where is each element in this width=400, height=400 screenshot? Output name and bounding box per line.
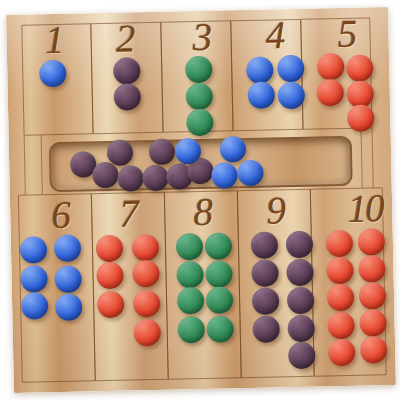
column-label-4: 4 [252,16,297,55]
ball-purple[interactable] [285,230,313,258]
ball-red[interactable] [326,283,354,311]
mid-band-right-groove [361,128,374,187]
ball-blue[interactable] [39,59,67,87]
ball-blue[interactable] [54,265,82,293]
ball-red[interactable] [131,233,159,261]
ball-green[interactable] [176,286,204,314]
column-label-3: 3 [179,17,224,56]
column-label-9: 9 [253,191,298,230]
ball-red[interactable] [132,259,160,287]
ball-green[interactable] [205,260,233,288]
ball-red[interactable] [316,52,344,80]
ball-blue[interactable] [20,265,48,293]
ball-red[interactable] [325,229,353,257]
ball-purple[interactable] [113,83,141,111]
column-label-8: 8 [180,193,225,232]
column-label-2: 2 [102,19,147,58]
ball-blue[interactable] [276,54,304,82]
ball-blue[interactable] [53,234,81,262]
ball-red[interactable] [327,311,355,339]
counting-board: 1 2 3 4 5 6 7 8 9 10 [6,7,396,393]
ball-blue[interactable] [20,292,48,320]
ball-purple[interactable] [250,231,278,259]
ball-blue[interactable] [247,81,275,109]
ball-purple[interactable] [112,57,140,85]
ball-red[interactable] [133,318,161,346]
ball-blue[interactable] [246,56,274,84]
ball-green[interactable] [206,315,234,343]
ball-red[interactable] [345,54,373,82]
ball-green[interactable] [177,315,205,343]
ball-green[interactable] [186,108,214,136]
ball-green[interactable] [175,232,203,260]
ball-red[interactable] [357,228,385,256]
ball-red[interactable] [358,282,386,310]
ball-purple[interactable] [252,315,280,343]
ball-green[interactable] [205,286,233,314]
ball-blue[interactable] [277,81,305,109]
ball-purple[interactable] [287,314,315,342]
ball-purple[interactable] [251,287,279,315]
ball-red[interactable] [358,255,386,283]
column-label-10: 10 [343,189,388,228]
photo-background: 1 2 3 4 5 6 7 8 9 10 [0,0,400,400]
ball-purple[interactable] [251,259,279,287]
ball-green[interactable] [185,82,213,110]
ball-red[interactable] [347,104,375,132]
balls-layer [6,7,388,15]
ball-red[interactable] [96,261,124,289]
column-label-6: 6 [38,195,83,234]
ball-purple[interactable] [286,258,314,286]
ball-red[interactable] [359,336,387,364]
ball-red[interactable] [95,234,123,262]
column-label-7: 7 [106,194,151,233]
column-label-5: 5 [324,14,369,53]
ball-green[interactable] [184,55,212,83]
ball-blue[interactable] [19,236,47,264]
ball-red[interactable] [346,80,374,108]
mid-band-left-groove [24,135,43,194]
ball-red[interactable] [316,78,344,106]
ball-red[interactable] [326,256,354,284]
ball-green[interactable] [176,260,204,288]
ball-red[interactable] [132,289,160,317]
ball-blue[interactable] [54,293,82,321]
ball-purple[interactable] [287,341,315,369]
ball-red[interactable] [327,338,355,366]
ball-green[interactable] [204,232,232,260]
column-label-1: 1 [31,21,76,60]
ball-red[interactable] [359,309,387,337]
ball-red[interactable] [96,290,124,318]
ball-purple[interactable] [286,286,314,314]
